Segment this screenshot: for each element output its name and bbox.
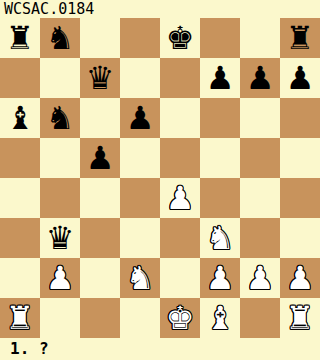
square-a8[interactable]: ♜ (0, 18, 40, 58)
black-pawn-icon: ♟ (126, 98, 155, 138)
square-a7[interactable] (0, 58, 40, 98)
square-b8[interactable]: ♞ (40, 18, 80, 58)
white-knight-icon: ♞ (206, 218, 235, 258)
square-a1[interactable]: ♜ (0, 298, 40, 338)
square-f4[interactable] (200, 178, 240, 218)
square-c6[interactable] (80, 98, 120, 138)
square-g8[interactable] (240, 18, 280, 58)
square-g5[interactable] (240, 138, 280, 178)
square-b7[interactable] (40, 58, 80, 98)
square-b2[interactable]: ♟ (40, 258, 80, 298)
white-pawn-icon: ♟ (286, 258, 315, 298)
square-a2[interactable] (0, 258, 40, 298)
white-pawn-icon: ♟ (46, 258, 75, 298)
square-e8[interactable]: ♚ (160, 18, 200, 58)
square-c5[interactable]: ♟ (80, 138, 120, 178)
square-d4[interactable] (120, 178, 160, 218)
square-b1[interactable] (40, 298, 80, 338)
square-b6[interactable]: ♞ (40, 98, 80, 138)
white-pawn-icon: ♟ (166, 178, 195, 218)
diagram-title: WCSAC.0184 (0, 0, 320, 18)
black-bishop-icon: ♝ (6, 98, 35, 138)
square-d2[interactable]: ♞ (120, 258, 160, 298)
white-pawn-icon: ♟ (206, 258, 235, 298)
square-h5[interactable] (280, 138, 320, 178)
square-a6[interactable]: ♝ (0, 98, 40, 138)
black-queen-icon: ♛ (46, 218, 75, 258)
square-d8[interactable] (120, 18, 160, 58)
square-a3[interactable] (0, 218, 40, 258)
white-rook-icon: ♜ (6, 298, 35, 338)
chess-board: ♜♞♚♜♛♟♟♟♝♞♟♟♟♛♞♟♞♟♟♟♜♚♝♜ (0, 18, 320, 338)
white-knight-icon: ♞ (126, 258, 155, 298)
black-pawn-icon: ♟ (206, 58, 235, 98)
square-e2[interactable] (160, 258, 200, 298)
square-h1[interactable]: ♜ (280, 298, 320, 338)
square-e1[interactable]: ♚ (160, 298, 200, 338)
square-g7[interactable]: ♟ (240, 58, 280, 98)
square-g6[interactable] (240, 98, 280, 138)
square-c1[interactable] (80, 298, 120, 338)
square-g3[interactable] (240, 218, 280, 258)
square-f5[interactable] (200, 138, 240, 178)
black-king-icon: ♚ (166, 18, 195, 58)
square-f8[interactable] (200, 18, 240, 58)
square-f6[interactable] (200, 98, 240, 138)
square-d5[interactable] (120, 138, 160, 178)
white-pawn-icon: ♟ (246, 258, 275, 298)
square-h8[interactable]: ♜ (280, 18, 320, 58)
square-a4[interactable] (0, 178, 40, 218)
black-knight-icon: ♞ (46, 98, 75, 138)
white-rook-icon: ♜ (286, 298, 315, 338)
square-a5[interactable] (0, 138, 40, 178)
square-d7[interactable] (120, 58, 160, 98)
white-bishop-icon: ♝ (206, 298, 235, 338)
black-pawn-icon: ♟ (86, 138, 115, 178)
square-h4[interactable] (280, 178, 320, 218)
square-f2[interactable]: ♟ (200, 258, 240, 298)
black-knight-icon: ♞ (46, 18, 75, 58)
square-h3[interactable] (280, 218, 320, 258)
black-rook-icon: ♜ (6, 18, 35, 58)
black-pawn-icon: ♟ (286, 58, 315, 98)
square-e6[interactable] (160, 98, 200, 138)
square-e5[interactable] (160, 138, 200, 178)
square-f1[interactable]: ♝ (200, 298, 240, 338)
white-king-icon: ♚ (166, 298, 195, 338)
square-b4[interactable] (40, 178, 80, 218)
square-e7[interactable] (160, 58, 200, 98)
square-f7[interactable]: ♟ (200, 58, 240, 98)
black-queen-icon: ♛ (86, 58, 115, 98)
square-h2[interactable]: ♟ (280, 258, 320, 298)
square-c2[interactable] (80, 258, 120, 298)
square-g4[interactable] (240, 178, 280, 218)
square-d3[interactable] (120, 218, 160, 258)
square-g1[interactable] (240, 298, 280, 338)
square-b3[interactable]: ♛ (40, 218, 80, 258)
square-c7[interactable]: ♛ (80, 58, 120, 98)
square-e3[interactable] (160, 218, 200, 258)
square-g2[interactable]: ♟ (240, 258, 280, 298)
square-d1[interactable] (120, 298, 160, 338)
square-b5[interactable] (40, 138, 80, 178)
square-e4[interactable]: ♟ (160, 178, 200, 218)
square-c8[interactable] (80, 18, 120, 58)
square-c4[interactable] (80, 178, 120, 218)
square-h7[interactable]: ♟ (280, 58, 320, 98)
square-d6[interactable]: ♟ (120, 98, 160, 138)
square-c3[interactable] (80, 218, 120, 258)
square-h6[interactable] (280, 98, 320, 138)
move-prompt: 1. ? (0, 338, 320, 360)
black-rook-icon: ♜ (286, 18, 315, 58)
black-pawn-icon: ♟ (246, 58, 275, 98)
square-f3[interactable]: ♞ (200, 218, 240, 258)
